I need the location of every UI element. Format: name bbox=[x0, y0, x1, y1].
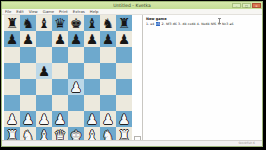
black-rook: ♜ bbox=[118, 15, 130, 31]
square-a5[interactable] bbox=[4, 63, 20, 79]
menu-item-game[interactable]: Game bbox=[43, 9, 54, 15]
move-list: 1. e4 c5 2. Nf3 d6 3. d4 cxd4 4. Nxd4 Nf… bbox=[146, 22, 259, 26]
square-c7[interactable] bbox=[36, 31, 52, 47]
white-pawn: ♟ bbox=[86, 111, 98, 127]
square-d4[interactable] bbox=[52, 79, 68, 95]
white-pawn: ♟ bbox=[70, 79, 82, 95]
square-h5[interactable] bbox=[116, 63, 132, 79]
square-a7[interactable]: ♟ bbox=[4, 31, 20, 47]
white-pawn: ♟ bbox=[38, 111, 50, 127]
close-icon: × bbox=[253, 4, 260, 7]
menu-item-help[interactable]: Help bbox=[90, 9, 99, 15]
square-b5[interactable] bbox=[20, 63, 36, 79]
black-pawn: ♟ bbox=[70, 31, 82, 47]
square-e8[interactable]: ♚ bbox=[68, 15, 84, 31]
square-a2[interactable]: ♟ bbox=[4, 111, 20, 127]
square-g3[interactable] bbox=[100, 95, 116, 111]
square-a8[interactable]: ♜ bbox=[4, 15, 20, 31]
square-d2[interactable]: ♟ bbox=[52, 111, 68, 127]
square-d7[interactable]: ♟ bbox=[52, 31, 68, 47]
maximize-icon: □ bbox=[243, 4, 250, 7]
square-d8[interactable]: ♛ bbox=[52, 15, 68, 31]
black-bishop: ♝ bbox=[38, 15, 50, 31]
square-f2[interactable]: ♟ bbox=[84, 111, 100, 127]
white-pawn: ♟ bbox=[54, 111, 66, 127]
chess-board: ♜♞♝♛♚♝♞♜♟♟♟♟♟♟♟♟♟♟♟♟♟♟♟♟♜♞♝♛♚♝♞♜ bbox=[4, 15, 132, 143]
square-c6[interactable] bbox=[36, 47, 52, 63]
square-c3[interactable] bbox=[36, 95, 52, 111]
black-pawn: ♟ bbox=[6, 31, 18, 47]
menu-item-extras[interactable]: Extras bbox=[73, 9, 85, 15]
window-controls: – □ × bbox=[232, 3, 261, 8]
square-g6[interactable] bbox=[100, 47, 116, 63]
square-e3[interactable] bbox=[68, 95, 84, 111]
square-a3[interactable] bbox=[4, 95, 20, 111]
menu-item-print[interactable]: Print bbox=[59, 9, 68, 15]
menu-item-edit[interactable]: Edit bbox=[16, 9, 23, 15]
square-d5[interactable] bbox=[52, 63, 68, 79]
menu-item-file[interactable]: File bbox=[5, 9, 11, 15]
black-bishop: ♝ bbox=[86, 15, 98, 31]
square-g5[interactable] bbox=[100, 63, 116, 79]
square-f3[interactable] bbox=[84, 95, 100, 111]
square-g4[interactable] bbox=[100, 79, 116, 95]
black-knight: ♞ bbox=[102, 15, 114, 31]
menu-item-view[interactable]: View bbox=[29, 9, 38, 15]
moves-pane[interactable]: New game 1. e4 c5 2. Nf3 d6 3. d4 cxd4 4… bbox=[142, 15, 262, 140]
status-text: Stockfish 6 bbox=[238, 141, 255, 146]
square-f7[interactable]: ♟ bbox=[84, 31, 100, 47]
square-d6[interactable] bbox=[52, 47, 68, 63]
black-pawn: ♟ bbox=[118, 31, 130, 47]
moves-before-current[interactable]: 1. e4 bbox=[146, 22, 156, 26]
white-pawn: ♟ bbox=[102, 111, 114, 127]
black-pawn: ♟ bbox=[102, 31, 114, 47]
square-c2[interactable]: ♟ bbox=[36, 111, 52, 127]
square-h6[interactable] bbox=[116, 47, 132, 63]
square-c4[interactable] bbox=[36, 79, 52, 95]
status-bar: Stockfish 6 bbox=[2, 140, 262, 146]
black-rook: ♜ bbox=[6, 15, 18, 31]
square-a4[interactable] bbox=[4, 79, 20, 95]
square-a6[interactable] bbox=[4, 47, 20, 63]
square-g8[interactable]: ♞ bbox=[100, 15, 116, 31]
square-b7[interactable]: ♟ bbox=[20, 31, 36, 47]
square-e6[interactable] bbox=[68, 47, 84, 63]
square-e5[interactable] bbox=[68, 63, 84, 79]
close-button[interactable]: × bbox=[252, 3, 261, 8]
black-pawn: ♟ bbox=[54, 31, 66, 47]
mouse-cursor-icon bbox=[218, 18, 221, 24]
square-f6[interactable] bbox=[84, 47, 100, 63]
square-d3[interactable] bbox=[52, 95, 68, 111]
square-g2[interactable]: ♟ bbox=[100, 111, 116, 127]
square-b4[interactable] bbox=[20, 79, 36, 95]
square-e7[interactable]: ♟ bbox=[68, 31, 84, 47]
square-f5[interactable] bbox=[84, 63, 100, 79]
square-b2[interactable]: ♟ bbox=[20, 111, 36, 127]
square-f8[interactable]: ♝ bbox=[84, 15, 100, 31]
square-f4[interactable] bbox=[84, 79, 100, 95]
window-title: Untitled - Kvetka bbox=[113, 2, 151, 9]
square-h3[interactable] bbox=[116, 95, 132, 111]
black-pawn: ♟ bbox=[22, 31, 34, 47]
black-king: ♚ bbox=[70, 15, 82, 31]
app-window: Untitled - Kvetka – □ × FileEditViewGame… bbox=[1, 1, 263, 147]
title-bar[interactable]: Untitled - Kvetka – □ × bbox=[2, 2, 262, 9]
square-h2[interactable]: ♟ bbox=[116, 111, 132, 127]
square-b6[interactable] bbox=[20, 47, 36, 63]
moves-after-current[interactable]: 2. Nf3 d6 3. d4 cxd4 4. Nxd4 Nf6 5. Nc3 … bbox=[160, 22, 233, 26]
black-queen: ♛ bbox=[54, 15, 66, 31]
black-knight: ♞ bbox=[22, 15, 34, 31]
minimize-icon: – bbox=[233, 4, 240, 7]
game-header-label: New game bbox=[146, 17, 167, 21]
square-e2[interactable] bbox=[68, 111, 84, 127]
square-b3[interactable] bbox=[20, 95, 36, 111]
minimize-button[interactable]: – bbox=[232, 3, 241, 8]
white-pawn: ♟ bbox=[118, 111, 130, 127]
black-pawn: ♟ bbox=[86, 31, 98, 47]
white-pawn: ♟ bbox=[22, 111, 34, 127]
maximize-button[interactable]: □ bbox=[242, 3, 251, 8]
white-pawn: ♟ bbox=[6, 111, 18, 127]
square-c8[interactable]: ♝ bbox=[36, 15, 52, 31]
square-h8[interactable]: ♜ bbox=[116, 15, 132, 31]
square-h7[interactable]: ♟ bbox=[116, 31, 132, 47]
black-pawn: ♟ bbox=[38, 63, 50, 79]
square-h4[interactable] bbox=[116, 79, 132, 95]
square-b8[interactable]: ♞ bbox=[20, 15, 36, 31]
square-c5[interactable]: ♟ bbox=[36, 63, 52, 79]
square-e4[interactable]: ♟ bbox=[68, 79, 84, 95]
square-g7[interactable]: ♟ bbox=[100, 31, 116, 47]
